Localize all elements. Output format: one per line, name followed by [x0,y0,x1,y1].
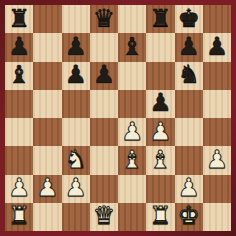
square-h6[interactable] [203,62,231,90]
square-h1[interactable] [203,203,231,231]
square-c8[interactable] [62,5,90,33]
square-b8[interactable] [33,5,61,33]
square-a2[interactable]: ♟ [5,175,33,203]
white-pawn: ♟ [121,119,143,144]
white-pawn: ♟ [64,175,86,200]
chess-board: ♜♛♜♚♟♟♝♟♟♝♟♟♞♟♟♟♞♝♝♟♟♟♟♟♜♛♜♚ [5,5,231,231]
square-d4[interactable] [90,118,118,146]
square-g6[interactable]: ♞ [175,62,203,90]
square-g4[interactable] [175,118,203,146]
black-rook: ♜ [149,6,171,31]
white-knight: ♞ [64,147,86,172]
black-queen: ♛ [93,6,115,31]
square-e4[interactable]: ♟ [118,118,146,146]
black-pawn: ♟ [149,90,171,115]
square-a5[interactable] [5,90,33,118]
black-rook: ♜ [8,6,30,31]
black-pawn: ♟ [64,62,86,87]
black-bishop: ♝ [8,62,30,87]
square-b6[interactable] [33,62,61,90]
white-bishop: ♝ [149,147,171,172]
square-d6[interactable]: ♟ [90,62,118,90]
square-e6[interactable] [118,62,146,90]
square-d5[interactable] [90,90,118,118]
black-bishop: ♝ [121,34,143,59]
white-rook: ♜ [8,203,30,228]
square-d7[interactable] [90,33,118,61]
white-pawn: ♟ [36,175,58,200]
square-c6[interactable]: ♟ [62,62,90,90]
black-knight: ♞ [177,62,199,87]
square-g3[interactable] [175,146,203,174]
square-d2[interactable] [90,175,118,203]
square-e7[interactable]: ♝ [118,33,146,61]
square-c7[interactable]: ♟ [62,33,90,61]
square-c4[interactable] [62,118,90,146]
white-pawn: ♟ [206,147,228,172]
square-g2[interactable]: ♟ [175,175,203,203]
square-b7[interactable] [33,33,61,61]
square-f1[interactable]: ♜ [146,203,174,231]
square-d8[interactable]: ♛ [90,5,118,33]
square-e8[interactable] [118,5,146,33]
square-h2[interactable] [203,175,231,203]
square-b4[interactable] [33,118,61,146]
square-a6[interactable]: ♝ [5,62,33,90]
square-h4[interactable] [203,118,231,146]
square-g1[interactable]: ♚ [175,203,203,231]
square-f7[interactable] [146,33,174,61]
black-pawn: ♟ [93,62,115,87]
square-h3[interactable]: ♟ [203,146,231,174]
square-e2[interactable] [118,175,146,203]
square-e3[interactable]: ♝ [118,146,146,174]
white-king: ♚ [177,203,199,228]
square-f4[interactable]: ♟ [146,118,174,146]
square-c3[interactable]: ♞ [62,146,90,174]
square-e5[interactable] [118,90,146,118]
white-bishop: ♝ [121,147,143,172]
white-rook: ♜ [149,203,171,228]
square-g8[interactable]: ♚ [175,5,203,33]
chess-board-frame: ♜♛♜♚♟♟♝♟♟♝♟♟♞♟♟♟♞♝♝♟♟♟♟♟♜♛♜♚ [0,0,236,236]
square-a7[interactable]: ♟ [5,33,33,61]
square-f3[interactable]: ♝ [146,146,174,174]
black-pawn: ♟ [64,34,86,59]
square-c5[interactable] [62,90,90,118]
square-c1[interactable] [62,203,90,231]
square-f6[interactable] [146,62,174,90]
square-f5[interactable]: ♟ [146,90,174,118]
square-e1[interactable] [118,203,146,231]
black-pawn: ♟ [206,34,228,59]
square-g7[interactable]: ♟ [175,33,203,61]
square-d1[interactable]: ♛ [90,203,118,231]
black-pawn: ♟ [177,34,199,59]
square-d3[interactable] [90,146,118,174]
square-g5[interactable] [175,90,203,118]
square-a4[interactable] [5,118,33,146]
white-pawn: ♟ [177,175,199,200]
black-king: ♚ [177,6,199,31]
square-a1[interactable]: ♜ [5,203,33,231]
square-h8[interactable] [203,5,231,33]
square-a3[interactable] [5,146,33,174]
square-b3[interactable] [33,146,61,174]
square-f2[interactable] [146,175,174,203]
white-queen: ♛ [93,203,115,228]
square-h5[interactable] [203,90,231,118]
square-b1[interactable] [33,203,61,231]
black-pawn: ♟ [8,34,30,59]
square-a8[interactable]: ♜ [5,5,33,33]
square-h7[interactable]: ♟ [203,33,231,61]
square-b5[interactable] [33,90,61,118]
square-b2[interactable]: ♟ [33,175,61,203]
square-f8[interactable]: ♜ [146,5,174,33]
white-pawn: ♟ [8,175,30,200]
square-c2[interactable]: ♟ [62,175,90,203]
white-pawn: ♟ [149,119,171,144]
